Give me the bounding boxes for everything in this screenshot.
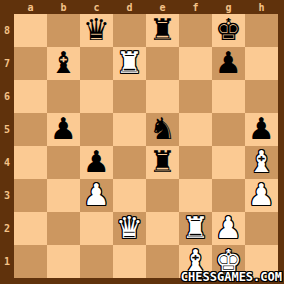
square-a6 (14, 80, 47, 113)
rank-label-5: 5 (0, 113, 14, 146)
square-h8 (245, 14, 278, 47)
piece-white-rook: ♜ (116, 48, 143, 78)
file-label-f: f (179, 0, 212, 14)
square-b5: ♟ (47, 113, 80, 146)
square-f2: ♜ (179, 212, 212, 245)
square-c3: ♟ (80, 179, 113, 212)
square-e2 (146, 212, 179, 245)
square-c1 (80, 245, 113, 278)
rank-labels: 87654321 (0, 14, 14, 278)
square-d2: ♛ (113, 212, 146, 245)
square-h7 (245, 47, 278, 80)
piece-white-bishop: ♝ (248, 147, 275, 177)
square-a3 (14, 179, 47, 212)
square-g2: ♟ (212, 212, 245, 245)
square-c2 (80, 212, 113, 245)
file-label-b: b (47, 0, 80, 14)
piece-white-queen: ♛ (116, 213, 143, 243)
square-b1 (47, 245, 80, 278)
rank-label-7: 7 (0, 47, 14, 80)
square-f8 (179, 14, 212, 47)
square-a4 (14, 146, 47, 179)
square-d1 (113, 245, 146, 278)
square-b3 (47, 179, 80, 212)
square-a5 (14, 113, 47, 146)
piece-black-bishop: ♝ (50, 48, 77, 78)
square-h3: ♟ (245, 179, 278, 212)
file-label-a: a (14, 0, 47, 14)
piece-black-pawn: ♟ (215, 48, 242, 78)
square-a1 (14, 245, 47, 278)
file-label-h: h (245, 0, 278, 14)
square-a7 (14, 47, 47, 80)
square-h2 (245, 212, 278, 245)
watermark: CHESSGAMES.COM (181, 270, 282, 284)
square-d5 (113, 113, 146, 146)
rank-label-2: 2 (0, 212, 14, 245)
square-d7: ♜ (113, 47, 146, 80)
square-e7 (146, 47, 179, 80)
square-b6 (47, 80, 80, 113)
square-d8 (113, 14, 146, 47)
square-f4 (179, 146, 212, 179)
file-label-d: d (113, 0, 146, 14)
square-g7: ♟ (212, 47, 245, 80)
rank-label-6: 6 (0, 80, 14, 113)
square-h6 (245, 80, 278, 113)
piece-white-pawn: ♟ (83, 180, 110, 210)
square-c6 (80, 80, 113, 113)
square-f6 (179, 80, 212, 113)
square-d6 (113, 80, 146, 113)
piece-white-pawn: ♟ (248, 180, 275, 210)
piece-black-pawn: ♟ (50, 114, 77, 144)
square-c5 (80, 113, 113, 146)
square-b7: ♝ (47, 47, 80, 80)
square-e5: ♞ (146, 113, 179, 146)
piece-white-pawn: ♟ (215, 213, 242, 243)
rank-label-3: 3 (0, 179, 14, 212)
square-g5 (212, 113, 245, 146)
square-e8: ♜ (146, 14, 179, 47)
square-f3 (179, 179, 212, 212)
square-c8: ♛ (80, 14, 113, 47)
square-a2 (14, 212, 47, 245)
piece-black-king: ♚ (215, 15, 242, 45)
square-c7 (80, 47, 113, 80)
square-e4: ♜ (146, 146, 179, 179)
square-g4 (212, 146, 245, 179)
square-b4 (47, 146, 80, 179)
rank-label-8: 8 (0, 14, 14, 47)
piece-white-rook: ♜ (182, 213, 209, 243)
square-e6 (146, 80, 179, 113)
square-f5 (179, 113, 212, 146)
square-g8: ♚ (212, 14, 245, 47)
square-f7 (179, 47, 212, 80)
square-g6 (212, 80, 245, 113)
square-g3 (212, 179, 245, 212)
piece-black-rook: ♜ (149, 15, 176, 45)
square-h5: ♟ (245, 113, 278, 146)
square-c4: ♟ (80, 146, 113, 179)
square-e3 (146, 179, 179, 212)
square-e1 (146, 245, 179, 278)
piece-black-knight: ♞ (149, 114, 176, 144)
piece-black-queen: ♛ (83, 15, 110, 45)
square-b2 (47, 212, 80, 245)
piece-black-rook: ♜ (149, 147, 176, 177)
square-d3 (113, 179, 146, 212)
square-b8 (47, 14, 80, 47)
piece-black-pawn: ♟ (83, 147, 110, 177)
piece-black-pawn: ♟ (248, 114, 275, 144)
rank-label-1: 1 (0, 245, 14, 278)
chess-board: ♛♜♚♝♜♟♟♞♟♟♜♝♟♟♛♜♟♝♚ (14, 14, 278, 278)
rank-label-4: 4 (0, 146, 14, 179)
board-frame: abcdefgh 87654321 ♛♜♚♝♜♟♟♞♟♟♜♝♟♟♛♜♟♝♚ CH… (0, 0, 284, 284)
square-d4 (113, 146, 146, 179)
square-h4: ♝ (245, 146, 278, 179)
square-a8 (14, 14, 47, 47)
